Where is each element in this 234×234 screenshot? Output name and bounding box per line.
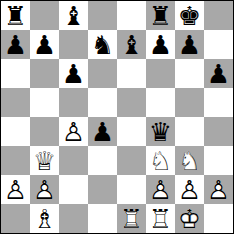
square-b5[interactable] bbox=[30, 88, 59, 117]
square-g2[interactable]: ♟♙ bbox=[175, 175, 204, 204]
black-rook-piece: ♜ bbox=[149, 3, 172, 29]
square-e3[interactable] bbox=[117, 146, 146, 175]
white-pawn-piece: ♟♙ bbox=[33, 177, 56, 203]
square-f3[interactable]: ♞♘ bbox=[146, 146, 175, 175]
square-h6[interactable]: ♟ bbox=[204, 59, 233, 88]
square-d8[interactable] bbox=[88, 1, 117, 30]
square-b6[interactable] bbox=[30, 59, 59, 88]
black-bishop-piece: ♝ bbox=[62, 3, 85, 29]
black-pawn-piece: ♟ bbox=[4, 32, 27, 58]
black-king-piece: ♚ bbox=[178, 3, 201, 29]
square-a5[interactable] bbox=[1, 88, 30, 117]
square-b1[interactable]: ♝♗ bbox=[30, 204, 59, 233]
black-pawn-piece: ♟ bbox=[207, 61, 230, 87]
square-h7[interactable] bbox=[204, 30, 233, 59]
black-pawn-piece: ♟ bbox=[33, 32, 56, 58]
square-b8[interactable] bbox=[30, 1, 59, 30]
square-c2[interactable] bbox=[59, 175, 88, 204]
black-bishop-piece: ♝ bbox=[120, 32, 143, 58]
square-a4[interactable] bbox=[1, 117, 30, 146]
square-c4[interactable]: ♟♙ bbox=[59, 117, 88, 146]
black-pawn-piece: ♟ bbox=[91, 119, 114, 145]
square-a2[interactable]: ♟♙ bbox=[1, 175, 30, 204]
square-d5[interactable] bbox=[88, 88, 117, 117]
square-h1[interactable] bbox=[204, 204, 233, 233]
square-d1[interactable] bbox=[88, 204, 117, 233]
square-h4[interactable] bbox=[204, 117, 233, 146]
square-h5[interactable] bbox=[204, 88, 233, 117]
square-c7[interactable] bbox=[59, 30, 88, 59]
square-d6[interactable] bbox=[88, 59, 117, 88]
square-a3[interactable] bbox=[1, 146, 30, 175]
square-f7[interactable]: ♟ bbox=[146, 30, 175, 59]
white-knight-piece: ♞♘ bbox=[178, 148, 201, 174]
white-pawn-piece: ♟♙ bbox=[149, 177, 172, 203]
square-c1[interactable] bbox=[59, 204, 88, 233]
white-pawn-piece: ♟♙ bbox=[4, 177, 27, 203]
square-f6[interactable] bbox=[146, 59, 175, 88]
square-f5[interactable] bbox=[146, 88, 175, 117]
square-b2[interactable]: ♟♙ bbox=[30, 175, 59, 204]
black-rook-piece: ♜ bbox=[4, 3, 27, 29]
square-g7[interactable]: ♟ bbox=[175, 30, 204, 59]
square-b4[interactable] bbox=[30, 117, 59, 146]
white-pawn-piece: ♟♙ bbox=[178, 177, 201, 203]
page: ♜♝♜♚♟♟♞♝♟♟♟♟♟♙♟♛♛♕♞♘♞♘♟♙♟♙♟♙♟♙♟♙♝♗♜♖♜♖♚♔ bbox=[0, 0, 234, 234]
black-queen-piece: ♛ bbox=[149, 119, 172, 145]
white-rook-piece: ♜♖ bbox=[149, 206, 172, 232]
square-b7[interactable]: ♟ bbox=[30, 30, 59, 59]
square-e2[interactable] bbox=[117, 175, 146, 204]
black-pawn-piece: ♟ bbox=[149, 32, 172, 58]
black-knight-piece: ♞ bbox=[91, 32, 114, 58]
square-d7[interactable]: ♞ bbox=[88, 30, 117, 59]
white-pawn-piece: ♟♙ bbox=[207, 177, 230, 203]
square-h3[interactable] bbox=[204, 146, 233, 175]
square-c3[interactable] bbox=[59, 146, 88, 175]
white-pawn-piece: ♟♙ bbox=[62, 119, 85, 145]
square-c8[interactable]: ♝ bbox=[59, 1, 88, 30]
black-pawn-piece: ♟ bbox=[62, 61, 85, 87]
square-g8[interactable]: ♚ bbox=[175, 1, 204, 30]
square-f4[interactable]: ♛ bbox=[146, 117, 175, 146]
square-e7[interactable]: ♝ bbox=[117, 30, 146, 59]
square-a7[interactable]: ♟ bbox=[1, 30, 30, 59]
square-d2[interactable] bbox=[88, 175, 117, 204]
black-pawn-piece: ♟ bbox=[178, 32, 201, 58]
square-e6[interactable] bbox=[117, 59, 146, 88]
square-h8[interactable] bbox=[204, 1, 233, 30]
square-f8[interactable]: ♜ bbox=[146, 1, 175, 30]
white-king-piece: ♚♔ bbox=[178, 206, 201, 232]
white-rook-piece: ♜♖ bbox=[120, 206, 143, 232]
square-g5[interactable] bbox=[175, 88, 204, 117]
square-g4[interactable] bbox=[175, 117, 204, 146]
square-d3[interactable] bbox=[88, 146, 117, 175]
square-a8[interactable]: ♜ bbox=[1, 1, 30, 30]
square-g6[interactable] bbox=[175, 59, 204, 88]
square-f2[interactable]: ♟♙ bbox=[146, 175, 175, 204]
square-g3[interactable]: ♞♘ bbox=[175, 146, 204, 175]
square-e1[interactable]: ♜♖ bbox=[117, 204, 146, 233]
square-c6[interactable]: ♟ bbox=[59, 59, 88, 88]
chess-board: ♜♝♜♚♟♟♞♝♟♟♟♟♟♙♟♛♛♕♞♘♞♘♟♙♟♙♟♙♟♙♟♙♝♗♜♖♜♖♚♔ bbox=[0, 0, 234, 234]
square-h2[interactable]: ♟♙ bbox=[204, 175, 233, 204]
white-knight-piece: ♞♘ bbox=[149, 148, 172, 174]
square-b3[interactable]: ♛♕ bbox=[30, 146, 59, 175]
square-d4[interactable]: ♟ bbox=[88, 117, 117, 146]
square-g1[interactable]: ♚♔ bbox=[175, 204, 204, 233]
white-queen-piece: ♛♕ bbox=[33, 148, 56, 174]
square-e8[interactable] bbox=[117, 1, 146, 30]
square-a1[interactable] bbox=[1, 204, 30, 233]
square-a6[interactable] bbox=[1, 59, 30, 88]
square-e4[interactable] bbox=[117, 117, 146, 146]
white-bishop-piece: ♝♗ bbox=[33, 206, 56, 232]
square-c5[interactable] bbox=[59, 88, 88, 117]
square-e5[interactable] bbox=[117, 88, 146, 117]
square-f1[interactable]: ♜♖ bbox=[146, 204, 175, 233]
